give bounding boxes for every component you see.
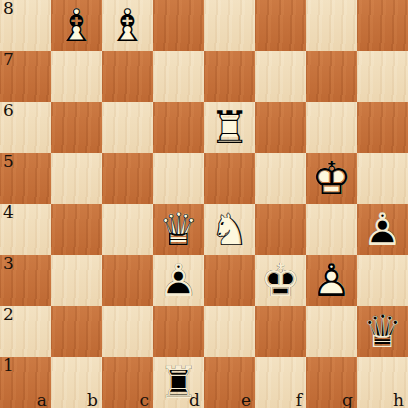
square-h2[interactable]: ♛♕ xyxy=(357,306,408,357)
file-label-h: h xyxy=(393,391,404,408)
square-f8[interactable] xyxy=(255,0,306,51)
square-e1[interactable]: e xyxy=(204,357,255,408)
piece-outline-glyph: ♙ xyxy=(153,255,204,306)
rank-label-6: 6 xyxy=(3,102,14,120)
white-bishop[interactable]: ♝♗ xyxy=(51,0,102,51)
file-label-d: d xyxy=(189,391,200,408)
file-label-e: e xyxy=(241,391,251,408)
file-label-f: f xyxy=(296,391,302,408)
square-b2[interactable] xyxy=(51,306,102,357)
file-label-g: g xyxy=(342,391,353,408)
piece-outline-glyph: ♕ xyxy=(357,306,408,357)
chess-board: 8♝♗♝♗76♜♖5♚♔4♛♕♞♘♟♙3♟♙♚♔♟♙2♛♕1abcd♜♖efgh xyxy=(0,0,408,408)
square-c8[interactable]: ♝♗ xyxy=(102,0,153,51)
square-a4[interactable]: 4 xyxy=(0,204,51,255)
white-bishop[interactable]: ♝♗ xyxy=(102,0,153,51)
rank-label-7: 7 xyxy=(3,51,14,69)
square-g7[interactable] xyxy=(306,51,357,102)
white-queen[interactable]: ♛♕ xyxy=(153,204,204,255)
square-g3[interactable]: ♟♙ xyxy=(306,255,357,306)
file-label-c: c xyxy=(139,391,149,408)
black-pawn[interactable]: ♟♙ xyxy=(153,255,204,306)
piece-outline-glyph: ♗ xyxy=(51,0,102,51)
piece-outline-glyph: ♖ xyxy=(204,102,255,153)
square-g4[interactable] xyxy=(306,204,357,255)
square-d1[interactable]: d♜♖ xyxy=(153,357,204,408)
square-b8[interactable]: ♝♗ xyxy=(51,0,102,51)
square-a3[interactable]: 3 xyxy=(0,255,51,306)
square-h3[interactable] xyxy=(357,255,408,306)
square-e8[interactable] xyxy=(204,0,255,51)
square-b7[interactable] xyxy=(51,51,102,102)
square-d6[interactable] xyxy=(153,102,204,153)
piece-outline-glyph: ♕ xyxy=(153,204,204,255)
file-label-b: b xyxy=(87,391,98,408)
square-b3[interactable] xyxy=(51,255,102,306)
square-d5[interactable] xyxy=(153,153,204,204)
square-a2[interactable]: 2 xyxy=(0,306,51,357)
white-king[interactable]: ♚♔ xyxy=(306,153,357,204)
white-pawn[interactable]: ♟♙ xyxy=(306,255,357,306)
white-knight[interactable]: ♞♘ xyxy=(204,204,255,255)
square-h5[interactable] xyxy=(357,153,408,204)
black-king[interactable]: ♚♔ xyxy=(255,255,306,306)
rank-label-5: 5 xyxy=(3,153,14,171)
square-h4[interactable]: ♟♙ xyxy=(357,204,408,255)
square-c5[interactable] xyxy=(102,153,153,204)
square-c6[interactable] xyxy=(102,102,153,153)
square-e7[interactable] xyxy=(204,51,255,102)
square-d4[interactable]: ♛♕ xyxy=(153,204,204,255)
square-d2[interactable] xyxy=(153,306,204,357)
square-d7[interactable] xyxy=(153,51,204,102)
rank-label-3: 3 xyxy=(3,255,14,273)
square-f4[interactable] xyxy=(255,204,306,255)
square-a7[interactable]: 7 xyxy=(0,51,51,102)
rank-label-1: 1 xyxy=(3,357,14,375)
piece-outline-glyph: ♔ xyxy=(255,255,306,306)
square-e6[interactable]: ♜♖ xyxy=(204,102,255,153)
square-h8[interactable] xyxy=(357,0,408,51)
square-g8[interactable] xyxy=(306,0,357,51)
rank-label-8: 8 xyxy=(3,0,14,18)
square-f2[interactable] xyxy=(255,306,306,357)
piece-outline-glyph: ♔ xyxy=(306,153,357,204)
square-e3[interactable] xyxy=(204,255,255,306)
square-a5[interactable]: 5 xyxy=(0,153,51,204)
square-e4[interactable]: ♞♘ xyxy=(204,204,255,255)
square-c2[interactable] xyxy=(102,306,153,357)
square-f6[interactable] xyxy=(255,102,306,153)
square-b5[interactable] xyxy=(51,153,102,204)
square-g2[interactable] xyxy=(306,306,357,357)
square-c3[interactable] xyxy=(102,255,153,306)
square-c7[interactable] xyxy=(102,51,153,102)
square-d3[interactable]: ♟♙ xyxy=(153,255,204,306)
square-c4[interactable] xyxy=(102,204,153,255)
square-d8[interactable] xyxy=(153,0,204,51)
square-f7[interactable] xyxy=(255,51,306,102)
square-g5[interactable]: ♚♔ xyxy=(306,153,357,204)
square-e5[interactable] xyxy=(204,153,255,204)
square-e2[interactable] xyxy=(204,306,255,357)
square-g6[interactable] xyxy=(306,102,357,153)
square-a1[interactable]: 1a xyxy=(0,357,51,408)
rank-label-2: 2 xyxy=(3,306,14,324)
square-a6[interactable]: 6 xyxy=(0,102,51,153)
rank-label-4: 4 xyxy=(3,204,14,222)
square-b6[interactable] xyxy=(51,102,102,153)
black-queen[interactable]: ♛♕ xyxy=(357,306,408,357)
black-pawn[interactable]: ♟♙ xyxy=(357,204,408,255)
piece-outline-glyph: ♗ xyxy=(102,0,153,51)
square-f5[interactable] xyxy=(255,153,306,204)
piece-outline-glyph: ♙ xyxy=(357,204,408,255)
square-g1[interactable]: g xyxy=(306,357,357,408)
white-rook[interactable]: ♜♖ xyxy=(204,102,255,153)
square-b1[interactable]: b xyxy=(51,357,102,408)
square-b4[interactable] xyxy=(51,204,102,255)
square-f1[interactable]: f xyxy=(255,357,306,408)
piece-outline-glyph: ♙ xyxy=(306,255,357,306)
square-c1[interactable]: c xyxy=(102,357,153,408)
square-h6[interactable] xyxy=(357,102,408,153)
file-label-a: a xyxy=(37,391,47,408)
square-a8[interactable]: 8 xyxy=(0,0,51,51)
piece-outline-glyph: ♘ xyxy=(204,204,255,255)
square-h7[interactable] xyxy=(357,51,408,102)
square-f3[interactable]: ♚♔ xyxy=(255,255,306,306)
square-h1[interactable]: h xyxy=(357,357,408,408)
